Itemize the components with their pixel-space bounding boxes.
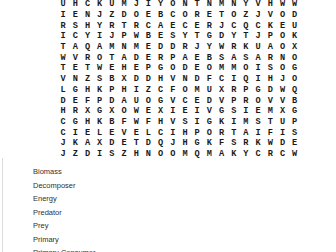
grid-cell: A: [81, 138, 93, 149]
grid-cell: J: [215, 20, 227, 31]
grid-cell: A: [252, 53, 264, 64]
grid-cell: X: [155, 106, 167, 117]
word-list-item: Predator: [33, 209, 96, 223]
grid-cell: W: [130, 117, 142, 128]
grid-cell: D: [215, 31, 227, 42]
grid-cell: B: [155, 10, 167, 21]
grid-cell: Y: [81, 31, 93, 42]
grid-cell: K: [69, 138, 81, 149]
grid-cell: X: [118, 74, 130, 85]
grid-cell: V: [264, 95, 276, 106]
grid-cell: X: [276, 106, 288, 117]
grid-cell: I: [252, 63, 264, 74]
grid-cell: Z: [240, 10, 252, 21]
grid-cell: V: [167, 117, 179, 128]
grid-cell: J: [252, 31, 264, 42]
grid-cell: V: [167, 74, 179, 85]
grid-cell: U: [276, 117, 288, 128]
grid-cell: R: [155, 53, 167, 64]
grid-cell: C: [215, 74, 227, 85]
grid-cell: G: [94, 106, 106, 117]
grid-cell: S: [240, 53, 252, 64]
grid-cell: J: [57, 149, 69, 160]
grid-cell: C: [252, 149, 264, 160]
grid-cell: W: [215, 42, 227, 53]
grid-cell: D: [81, 149, 93, 160]
grid-cell: H: [81, 20, 93, 31]
grid-cell: R: [240, 138, 252, 149]
grid-cell: V: [252, 0, 264, 10]
grid-cell: D: [118, 10, 130, 21]
grid-cell: K: [94, 0, 106, 10]
grid-cell: I: [167, 128, 179, 139]
grid-cell: F: [81, 95, 93, 106]
word-list-item: Energy: [33, 195, 96, 209]
grid-cell: H: [130, 149, 142, 160]
page-edge-divider: [2, 158, 3, 252]
grid-cell: E: [203, 10, 215, 21]
grid-cell: R: [215, 128, 227, 139]
grid-cell: C: [155, 128, 167, 139]
grid-cell: O: [94, 53, 106, 64]
grid-cell: L: [57, 85, 69, 96]
grid-cell: S: [167, 31, 179, 42]
grid-cell: A: [228, 53, 240, 64]
grid-cell: E: [191, 95, 203, 106]
grid-cell: R: [130, 20, 142, 31]
grid-cell: X: [94, 138, 106, 149]
grid-cell: D: [203, 95, 215, 106]
grid-cell: I: [94, 149, 106, 160]
grid-cell: Z: [69, 149, 81, 160]
grid-cell: R: [228, 42, 240, 53]
grid-cell: Y: [155, 0, 167, 10]
grid-cell: J: [94, 10, 106, 21]
grid-cell: T: [57, 63, 69, 74]
grid-cell: I: [191, 117, 203, 128]
grid-cell: G: [289, 63, 301, 74]
grid-cell: E: [191, 63, 203, 74]
grid-cell: O: [167, 0, 179, 10]
grid-cell: N: [118, 42, 130, 53]
grid-cell: P: [264, 31, 276, 42]
grid-cell: M: [264, 106, 276, 117]
grid-cell: F: [203, 74, 215, 85]
grid-cell: V: [276, 95, 288, 106]
grid-cell: F: [215, 138, 227, 149]
grid-cell: A: [215, 149, 227, 160]
grid-cell: H: [69, 0, 81, 10]
grid-cell: C: [179, 20, 191, 31]
grid-cell: E: [69, 10, 81, 21]
grid-cell: U: [203, 85, 215, 96]
grid-cell: I: [57, 31, 69, 42]
grid-cell: B: [106, 74, 118, 85]
grid-cell: O: [167, 63, 179, 74]
grid-cell: C: [142, 20, 154, 31]
grid-cell: C: [155, 85, 167, 96]
grid-cell: S: [252, 117, 264, 128]
grid-cell: L: [142, 128, 154, 139]
grid-cell: H: [118, 85, 130, 96]
grid-cell: T: [57, 42, 69, 53]
grid-cell: X: [81, 106, 93, 117]
grid-cell: E: [276, 20, 288, 31]
grid-cell: R: [203, 20, 215, 31]
grid-cell: P: [167, 53, 179, 64]
grid-cell: K: [228, 149, 240, 160]
grid-cell: P: [191, 128, 203, 139]
grid-cell: D: [130, 74, 142, 85]
grid-cell: I: [130, 85, 142, 96]
grid-cell: O: [228, 10, 240, 21]
grid-cell: S: [264, 63, 276, 74]
grid-cell: N: [203, 0, 215, 10]
grid-cell: R: [240, 95, 252, 106]
grid-cell: X: [215, 85, 227, 96]
grid-cell: G: [69, 85, 81, 96]
grid-cell: J: [130, 0, 142, 10]
grid-cell: O: [289, 74, 301, 85]
grid-cell: C: [69, 31, 81, 42]
grid-cell: W: [264, 138, 276, 149]
grid-cell: C: [276, 149, 288, 160]
grid-cell: D: [155, 42, 167, 53]
grid-cell: O: [276, 42, 288, 53]
grid-cell: N: [228, 0, 240, 10]
grid-cell: M: [240, 117, 252, 128]
grid-cell: H: [155, 74, 167, 85]
grid-cell: U: [106, 0, 118, 10]
grid-cell: M: [215, 63, 227, 74]
grid-cell: S: [215, 53, 227, 64]
grid-cell: Z: [142, 85, 154, 96]
grid-cell: B: [289, 95, 301, 106]
grid-cell: E: [106, 63, 118, 74]
grid-cell: K: [240, 42, 252, 53]
grid-cell: G: [215, 106, 227, 117]
grid-cell: P: [240, 85, 252, 96]
grid-cell: Q: [191, 149, 203, 160]
grid-cell: I: [142, 0, 154, 10]
grid-cell: W: [289, 149, 301, 160]
grid-cell: K: [264, 20, 276, 31]
grid-cell: T: [106, 53, 118, 64]
grid-cell: T: [191, 0, 203, 10]
grid-cell: C: [57, 128, 69, 139]
grid-cell: E: [191, 53, 203, 64]
worksheet-page: UHCKUMJIYONTNMNYVHWWIENJZDOEBCORETOZJVOD…: [0, 0, 336, 252]
grid-cell: U: [130, 95, 142, 106]
grid-cell: O: [203, 63, 215, 74]
grid-cell: S: [289, 128, 301, 139]
grid-cell: O: [276, 63, 288, 74]
grid-cell: F: [264, 128, 276, 139]
grid-cell: G: [191, 138, 203, 149]
grid-cell: K: [203, 138, 215, 149]
grid-cell: E: [142, 53, 154, 64]
grid-cell: A: [94, 42, 106, 53]
grid-cell: A: [155, 20, 167, 31]
grid-cell: W: [289, 0, 301, 10]
grid-cell: H: [264, 0, 276, 10]
grid-cell: O: [167, 149, 179, 160]
grid-cell: M: [118, 0, 130, 10]
grid-cell: Z: [106, 10, 118, 21]
grid-cell: I: [167, 106, 179, 117]
grid-cell: H: [81, 85, 93, 96]
grid-cell: T: [191, 31, 203, 42]
grid-cell: E: [142, 106, 154, 117]
grid-cell: A: [179, 53, 191, 64]
grid-cell: Q: [240, 20, 252, 31]
grid-cell: V: [69, 53, 81, 64]
grid-cell: I: [228, 117, 240, 128]
grid-cell: E: [289, 138, 301, 149]
word-list-item: Decomposer: [33, 182, 96, 196]
grid-cell: O: [118, 106, 130, 117]
grid-cell: G: [155, 95, 167, 106]
grid-cell: K: [94, 85, 106, 96]
grid-cell: R: [264, 53, 276, 64]
grid-cell: K: [252, 138, 264, 149]
word-search-grid: UHCKUMJIYONTNMNYVHWWIENJZDOEBCORETOZJVOD…: [57, 0, 301, 160]
grid-cell: E: [130, 63, 142, 74]
grid-cell: M: [228, 63, 240, 74]
grid-cell: Y: [179, 31, 191, 42]
grid-cell: R: [191, 10, 203, 21]
grid-cell: I: [69, 128, 81, 139]
grid-cell: F: [142, 117, 154, 128]
grid-cell: P: [142, 63, 154, 74]
grid-cell: K: [94, 117, 106, 128]
grid-cell: P: [228, 95, 240, 106]
grid-cell: H: [264, 74, 276, 85]
grid-cell: R: [264, 149, 276, 160]
grid-cell: U: [57, 0, 69, 10]
grid-cell: D: [276, 138, 288, 149]
grid-cell: E: [118, 138, 130, 149]
grid-cell: T: [264, 117, 276, 128]
grid-cell: H: [81, 117, 93, 128]
grid-cell: D: [167, 42, 179, 53]
grid-cell: F: [167, 85, 179, 96]
grid-cell: R: [179, 42, 191, 53]
grid-cell: J: [167, 138, 179, 149]
grid-cell: V: [203, 106, 215, 117]
grid-cell: I: [252, 74, 264, 85]
grid-cell: I: [57, 10, 69, 21]
grid-cell: A: [118, 95, 130, 106]
grid-cell: P: [94, 95, 106, 106]
grid-cell: C: [57, 117, 69, 128]
grid-cell: R: [81, 53, 93, 64]
grid-cell: D: [106, 138, 118, 149]
grid-cell: O: [155, 149, 167, 160]
grid-cell: E: [106, 128, 118, 139]
grid-cell: E: [130, 128, 142, 139]
grid-cell: G: [155, 63, 167, 74]
grid-cell: E: [252, 106, 264, 117]
grid-cell: W: [94, 63, 106, 74]
grid-cell: V: [264, 10, 276, 21]
grid-cell: O: [179, 85, 191, 96]
grid-cell: D: [289, 10, 301, 21]
grid-cell: D: [142, 138, 154, 149]
grid-cell: E: [69, 63, 81, 74]
grid-cell: D: [191, 74, 203, 85]
grid-cell: T: [215, 10, 227, 21]
grid-cell: S: [69, 20, 81, 31]
grid-cell: D: [142, 74, 154, 85]
grid-cell: M: [203, 149, 215, 160]
grid-cell: G: [69, 117, 81, 128]
word-list-item: Primary: [33, 236, 96, 250]
grid-cell: M: [179, 149, 191, 160]
grid-cell: Q: [240, 74, 252, 85]
grid-cell: S: [228, 106, 240, 117]
grid-cell: T: [81, 63, 93, 74]
grid-cell: S: [94, 74, 106, 85]
grid-cell: X: [106, 106, 118, 117]
grid-cell: Y: [240, 149, 252, 160]
grid-cell: I: [276, 128, 288, 139]
grid-cell: E: [155, 31, 167, 42]
grid-cell: B: [106, 117, 118, 128]
grid-cell: W: [130, 31, 142, 42]
grid-cell: D: [106, 95, 118, 106]
grid-cell: J: [191, 42, 203, 53]
grid-cell: L: [94, 128, 106, 139]
grid-cell: S: [179, 117, 191, 128]
grid-cell: J: [276, 74, 288, 85]
grid-cell: V: [57, 74, 69, 85]
grid-cell: N: [179, 74, 191, 85]
grid-cell: J: [57, 138, 69, 149]
grid-cell: M: [191, 85, 203, 96]
grid-cell: J: [106, 31, 118, 42]
grid-cell: M: [106, 42, 118, 53]
grid-cell: R: [69, 106, 81, 117]
grid-cell: D: [264, 85, 276, 96]
grid-cell: Y: [94, 20, 106, 31]
grid-cell: C: [252, 20, 264, 31]
grid-cell: E: [81, 128, 93, 139]
grid-cell: N: [69, 74, 81, 85]
grid-cell: T: [240, 31, 252, 42]
grid-cell: I: [191, 106, 203, 117]
grid-cell: E: [191, 20, 203, 31]
grid-cell: J: [252, 10, 264, 21]
grid-cell: O: [276, 10, 288, 21]
grid-cell: V: [118, 128, 130, 139]
grid-cell: P: [289, 117, 301, 128]
grid-cell: T: [228, 128, 240, 139]
grid-cell: B: [142, 31, 154, 42]
grid-cell: E: [179, 106, 191, 117]
grid-cell: V: [215, 95, 227, 106]
grid-cell: O: [130, 10, 142, 21]
grid-cell: G: [203, 31, 215, 42]
grid-cell: E: [69, 95, 81, 106]
grid-cell: T: [118, 20, 130, 31]
grid-cell: T: [130, 138, 142, 149]
grid-cell: H: [179, 138, 191, 149]
grid-cell: P: [118, 31, 130, 42]
grid-cell: N: [81, 10, 93, 21]
grid-cell: V: [167, 95, 179, 106]
grid-cell: O: [142, 95, 154, 106]
grid-cell: G: [252, 85, 264, 96]
grid-cell: I: [252, 128, 264, 139]
grid-cell: A: [264, 42, 276, 53]
grid-cell: Q: [155, 138, 167, 149]
grid-cell: W: [276, 85, 288, 96]
grid-cell: H: [118, 63, 130, 74]
grid-cell: M: [130, 42, 142, 53]
grid-cell: K: [215, 117, 227, 128]
grid-cell: I: [94, 31, 106, 42]
grid-cell: X: [289, 42, 301, 53]
grid-cell: Y: [240, 0, 252, 10]
grid-cell: G: [203, 117, 215, 128]
word-list-item: Prey: [33, 222, 96, 236]
grid-cell: R: [228, 85, 240, 96]
grid-cell: S: [106, 149, 118, 160]
grid-cell: F: [118, 117, 130, 128]
grid-cell: M: [215, 0, 227, 10]
grid-cell: O: [289, 53, 301, 64]
grid-cell: S: [228, 138, 240, 149]
grid-cell: O: [276, 31, 288, 42]
grid-cell: C: [167, 10, 179, 21]
grid-cell: E: [142, 10, 154, 21]
grid-cell: Z: [81, 74, 93, 85]
grid-cell: U: [289, 20, 301, 31]
grid-cell: Z: [118, 149, 130, 160]
grid-cell: A: [118, 53, 130, 64]
grid-cell: Y: [203, 42, 215, 53]
word-list-item: Biomass: [33, 168, 96, 182]
grid-cell: E: [167, 20, 179, 31]
grid-cell: G: [289, 106, 301, 117]
grid-cell: I: [240, 106, 252, 117]
grid-cell: E: [142, 42, 154, 53]
grid-cell: Q: [81, 42, 93, 53]
grid-cell: N: [276, 53, 288, 64]
grid-cell: Y: [228, 31, 240, 42]
grid-cell: P: [106, 85, 118, 96]
grid-cell: O: [179, 10, 191, 21]
grid-cell: N: [142, 149, 154, 160]
grid-cell: U: [252, 42, 264, 53]
grid-cell: W: [130, 106, 142, 117]
grid-cell: D: [57, 95, 69, 106]
grid-cell: A: [69, 42, 81, 53]
grid-cell: H: [155, 117, 167, 128]
word-list: BiomassDecomposerEnergyPredatorPreyPrima…: [33, 168, 96, 252]
grid-cell: H: [57, 106, 69, 117]
grid-cell: C: [179, 95, 191, 106]
grid-cell: C: [81, 0, 93, 10]
grid-cell: D: [179, 63, 191, 74]
grid-cell: A: [240, 128, 252, 139]
grid-cell: O: [203, 128, 215, 139]
grid-cell: O: [240, 63, 252, 74]
grid-cell: N: [179, 0, 191, 10]
grid-cell: O: [252, 95, 264, 106]
grid-cell: B: [203, 53, 215, 64]
